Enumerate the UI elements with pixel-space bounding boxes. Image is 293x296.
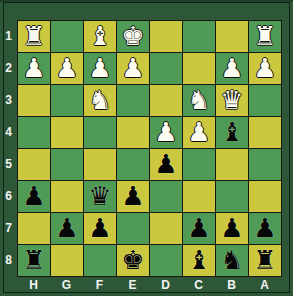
chess-board[interactable]: ♜♝♚♜♟♟♟♟♟♟♞♞♛♟♟♝♟♟♛♟♟♟♟♟♟♜♚♝♞♜	[17, 20, 282, 277]
black-pawn-d5: ♟	[154, 149, 177, 180]
square-a6[interactable]	[249, 181, 281, 212]
white-pawn-g2: ♟	[55, 53, 78, 84]
square-g8[interactable]	[51, 245, 83, 276]
square-f7[interactable]: ♟	[84, 213, 116, 244]
square-h8[interactable]: ♜	[18, 245, 50, 276]
square-e5[interactable]	[117, 149, 149, 180]
white-pawn-h2: ♟	[22, 53, 45, 84]
square-g6[interactable]	[51, 181, 83, 212]
square-g3[interactable]	[51, 85, 83, 116]
square-f6[interactable]: ♛	[84, 181, 116, 212]
square-g7[interactable]: ♟	[51, 213, 83, 244]
black-pawn-a7: ♟	[253, 213, 276, 244]
square-d8[interactable]	[150, 245, 182, 276]
rank-label-6: 6	[0, 180, 17, 212]
square-c4[interactable]: ♟	[183, 117, 215, 148]
square-d7[interactable]	[150, 213, 182, 244]
square-a7[interactable]: ♟	[249, 213, 281, 244]
square-b2[interactable]: ♟	[216, 53, 248, 84]
rank-label-5: 5	[0, 148, 17, 180]
black-pawn-e6: ♟	[121, 181, 144, 212]
file-label-c: C	[182, 278, 215, 292]
square-b8[interactable]: ♞	[216, 245, 248, 276]
square-c6[interactable]	[183, 181, 215, 212]
square-d1[interactable]	[150, 21, 182, 52]
square-g2[interactable]: ♟	[51, 53, 83, 84]
file-label-h: H	[17, 278, 50, 292]
square-g4[interactable]	[51, 117, 83, 148]
black-knight-b8: ♞	[220, 245, 243, 276]
file-label-d: D	[149, 278, 182, 292]
square-g5[interactable]	[51, 149, 83, 180]
white-pawn-d4: ♟	[154, 117, 177, 148]
square-g1[interactable]	[51, 21, 83, 52]
chess-app-window: 12345678 ♜♝♚♜♟♟♟♟♟♟♞♞♛♟♟♝♟♟♛♟♟♟♟♟♟♜♚♝♞♜ …	[0, 0, 293, 296]
square-a1[interactable]: ♜	[249, 21, 281, 52]
square-b1[interactable]	[216, 21, 248, 52]
square-c1[interactable]	[183, 21, 215, 52]
square-c2[interactable]	[183, 53, 215, 84]
white-rook-a1: ♜	[253, 21, 276, 52]
rank-labels: 12345678	[0, 20, 17, 277]
square-f8[interactable]	[84, 245, 116, 276]
square-h6[interactable]: ♟	[18, 181, 50, 212]
black-pawn-g7: ♟	[55, 213, 78, 244]
white-pawn-b2: ♟	[220, 53, 243, 84]
square-a5[interactable]	[249, 149, 281, 180]
rank-label-7: 7	[0, 212, 17, 244]
square-a3[interactable]	[249, 85, 281, 116]
white-knight-f3: ♞	[88, 85, 111, 116]
square-d5[interactable]: ♟	[150, 149, 182, 180]
white-pawn-f2: ♟	[88, 53, 111, 84]
square-b7[interactable]: ♟	[216, 213, 248, 244]
square-f5[interactable]	[84, 149, 116, 180]
black-pawn-h6: ♟	[22, 181, 45, 212]
square-c7[interactable]: ♟	[183, 213, 215, 244]
white-pawn-e2: ♟	[121, 53, 144, 84]
square-b3[interactable]: ♛	[216, 85, 248, 116]
square-e2[interactable]: ♟	[117, 53, 149, 84]
rank-label-3: 3	[0, 84, 17, 116]
square-h7[interactable]	[18, 213, 50, 244]
square-h5[interactable]	[18, 149, 50, 180]
rank-label-8: 8	[0, 244, 17, 276]
square-h3[interactable]	[18, 85, 50, 116]
file-label-f: F	[83, 278, 116, 292]
white-pawn-c4: ♟	[187, 117, 210, 148]
square-a8[interactable]: ♜	[249, 245, 281, 276]
square-e7[interactable]	[117, 213, 149, 244]
square-b5[interactable]	[216, 149, 248, 180]
white-rook-h1: ♜	[22, 21, 45, 52]
rank-label-4: 4	[0, 116, 17, 148]
rank-label-2: 2	[0, 52, 17, 84]
black-bishop-c8: ♝	[187, 245, 210, 276]
black-queen-f6: ♛	[88, 181, 111, 212]
square-c3[interactable]: ♞	[183, 85, 215, 116]
file-label-g: G	[50, 278, 83, 292]
square-e1[interactable]: ♚	[117, 21, 149, 52]
square-d6[interactable]	[150, 181, 182, 212]
black-pawn-f7: ♟	[88, 213, 111, 244]
black-bishop-b4: ♝	[220, 117, 243, 148]
white-pawn-a2: ♟	[253, 53, 276, 84]
black-rook-h8: ♜	[22, 245, 45, 276]
window-top-edge	[0, 0, 293, 2]
square-a2[interactable]: ♟	[249, 53, 281, 84]
square-h2[interactable]: ♟	[18, 53, 50, 84]
square-f1[interactable]: ♝	[84, 21, 116, 52]
square-d2[interactable]	[150, 53, 182, 84]
square-e3[interactable]	[117, 85, 149, 116]
black-rook-a8: ♜	[253, 245, 276, 276]
square-e8[interactable]: ♚	[117, 245, 149, 276]
file-label-b: B	[215, 278, 248, 292]
square-a4[interactable]	[249, 117, 281, 148]
square-b4[interactable]: ♝	[216, 117, 248, 148]
file-label-e: E	[116, 278, 149, 292]
square-f4[interactable]	[84, 117, 116, 148]
white-king-e1: ♚	[121, 21, 144, 52]
rank-label-1: 1	[0, 20, 17, 52]
square-f2[interactable]: ♟	[84, 53, 116, 84]
square-h1[interactable]: ♜	[18, 21, 50, 52]
square-h4[interactable]	[18, 117, 50, 148]
black-pawn-b7: ♟	[220, 213, 243, 244]
square-e6[interactable]: ♟	[117, 181, 149, 212]
white-knight-c3: ♞	[187, 85, 210, 116]
black-pawn-c7: ♟	[187, 213, 210, 244]
file-label-a: A	[248, 278, 281, 292]
square-c5[interactable]	[183, 149, 215, 180]
square-b6[interactable]	[216, 181, 248, 212]
white-queen-b3: ♛	[220, 85, 243, 116]
white-bishop-f1: ♝	[88, 21, 111, 52]
square-d4[interactable]: ♟	[150, 117, 182, 148]
square-d3[interactable]	[150, 85, 182, 116]
square-f3[interactable]: ♞	[84, 85, 116, 116]
file-labels: HGFEDCBA	[17, 278, 282, 292]
black-king-e8: ♚	[121, 245, 144, 276]
square-e4[interactable]	[117, 117, 149, 148]
square-c8[interactable]: ♝	[183, 245, 215, 276]
